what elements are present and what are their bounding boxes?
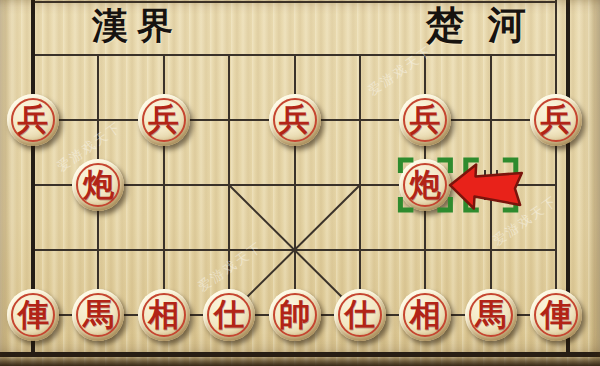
xiangqi-board: 漢界 楚河 兵兵兵兵兵炮炮俥馬相仕帥仕相馬俥 爱游戏天下爱游戏天下爱游戏天下爱游… [0, 0, 600, 366]
move-to-bracket [400, 160, 450, 210]
board-frame-edge [0, 357, 600, 366]
move-arrow-icon [449, 163, 522, 211]
move-highlight-overlay [0, 0, 600, 366]
